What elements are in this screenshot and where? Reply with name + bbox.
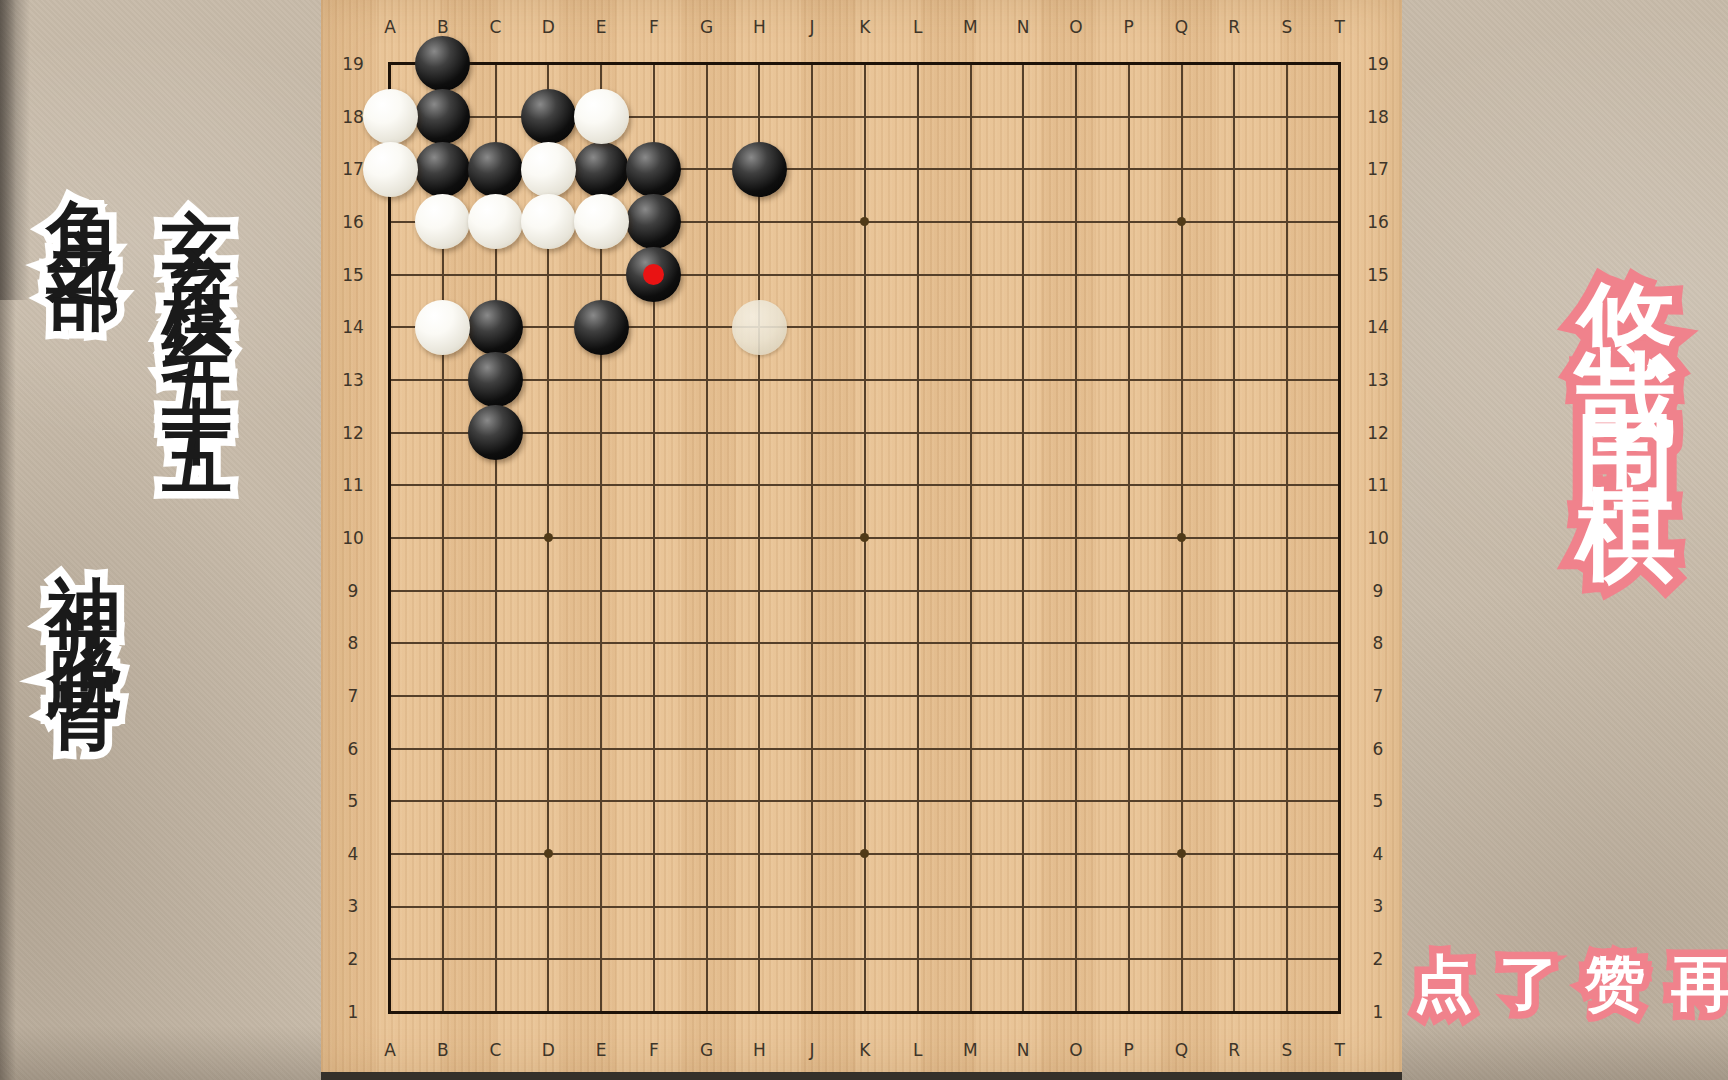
caption-app-name: 悠哉围棋 [1577,200,1677,472]
black-stone-C12 [468,405,523,460]
white-stone-B14 [415,300,470,355]
black-stone-F17 [626,142,681,197]
caption-footer-note: 点了赞再 [1413,953,1728,1013]
white-stone-E18 [574,89,629,144]
white-stone-D16 [521,194,576,249]
caption-book-title: 玄玄棋经五十五 [163,150,233,416]
white-stone-E16 [574,194,629,249]
black-stone-D18 [521,89,576,144]
black-stone-H17 [732,142,787,197]
white-stone-A18 [363,89,418,144]
page: ABCDEFGHJKLMNOPQRST ABCDEFGHJKLMNOPQRST … [0,0,1728,1080]
white-stone-H14 [732,300,787,355]
black-stone-C17 [468,142,523,197]
black-stone-B19 [415,36,470,91]
black-stone-B18 [415,89,470,144]
white-stone-C16 [468,194,523,249]
paper-topleft-shadow [0,0,30,300]
black-stone-C13 [468,352,523,407]
black-stone-E14 [574,300,629,355]
black-stone-F16 [626,194,681,249]
black-stone-E17 [574,142,629,197]
black-stone-C14 [468,300,523,355]
caption-problem-name: 神龙脱骨 [48,515,122,659]
black-stone-B17 [415,142,470,197]
white-stone-B16 [415,194,470,249]
black-stone-F15 [626,247,681,302]
stones-layer [364,38,1367,1038]
board-bottom-edge [321,1072,1402,1080]
caption-section: 角之部 [48,139,122,223]
last-move-marker [643,264,664,285]
white-stone-D17 [521,142,576,197]
white-stone-A17 [363,142,418,197]
